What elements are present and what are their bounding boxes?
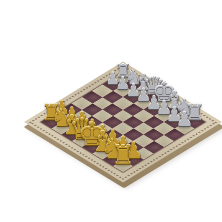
chess-set-photo: ♜♞♝♛♚♝♞♜♟♟♟♟♟♟♟♟♟♟♟♟♟♟♟♟♜♞♝♛♚♝♞♜: [0, 0, 222, 222]
gold-rook: ♜: [111, 143, 134, 169]
pieces-layer: ♜♞♝♛♚♝♞♜♟♟♟♟♟♟♟♟♟♟♟♟♟♟♟♟♜♞♝♛♚♝♞♜: [0, 0, 222, 222]
silver-pawn: ♟: [176, 111, 193, 131]
